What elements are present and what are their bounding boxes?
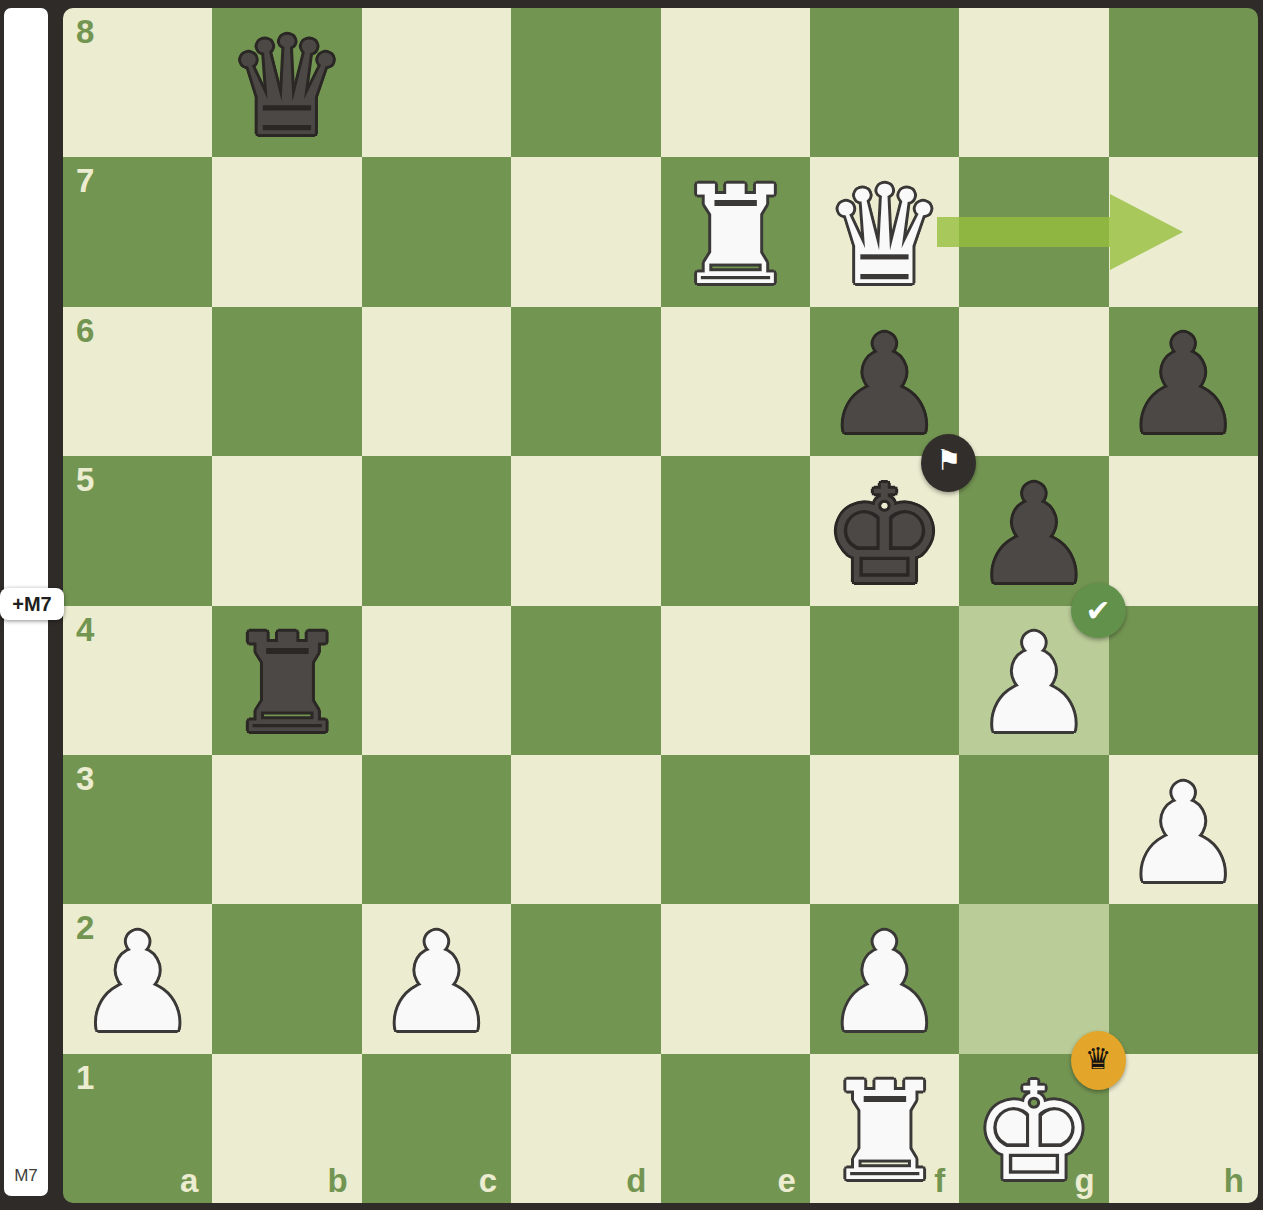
black-queen[interactable]: ♛ bbox=[212, 8, 361, 157]
square-c3[interactable] bbox=[362, 755, 511, 904]
square-g5[interactable]: ♟ bbox=[959, 456, 1108, 605]
square-e1[interactable]: e bbox=[661, 1054, 810, 1203]
square-c8[interactable] bbox=[362, 8, 511, 157]
rank-label-8: 8 bbox=[76, 15, 94, 48]
square-e6[interactable] bbox=[661, 307, 810, 456]
square-c5[interactable] bbox=[362, 456, 511, 605]
square-b6[interactable] bbox=[212, 307, 361, 456]
rank-label-7: 7 bbox=[76, 164, 94, 197]
rank-label-3: 3 bbox=[76, 762, 94, 795]
square-e4[interactable] bbox=[661, 606, 810, 755]
white-king[interactable]: ♚ bbox=[959, 1054, 1108, 1203]
square-b3[interactable] bbox=[212, 755, 361, 904]
square-g4[interactable]: ♟ bbox=[959, 606, 1108, 755]
square-d1[interactable]: d bbox=[511, 1054, 660, 1203]
square-h8[interactable] bbox=[1109, 8, 1258, 157]
square-a5[interactable]: 5 bbox=[63, 456, 212, 605]
square-e3[interactable] bbox=[661, 755, 810, 904]
white-pawn[interactable]: ♟ bbox=[1109, 755, 1258, 904]
square-g8[interactable] bbox=[959, 8, 1108, 157]
square-f6[interactable]: ♟ bbox=[810, 307, 959, 456]
square-h1[interactable]: h bbox=[1109, 1054, 1258, 1203]
square-f8[interactable] bbox=[810, 8, 959, 157]
square-f4[interactable] bbox=[810, 606, 959, 755]
square-d8[interactable] bbox=[511, 8, 660, 157]
square-h3[interactable]: ♟ bbox=[1109, 755, 1258, 904]
square-a7[interactable]: 7 bbox=[63, 157, 212, 306]
square-f3[interactable] bbox=[810, 755, 959, 904]
square-c4[interactable] bbox=[362, 606, 511, 755]
eval-tooltip-value: +M7 bbox=[12, 593, 51, 616]
square-d4[interactable] bbox=[511, 606, 660, 755]
square-d6[interactable] bbox=[511, 307, 660, 456]
square-h4[interactable] bbox=[1109, 606, 1258, 755]
white-pawn[interactable]: ♟ bbox=[63, 904, 212, 1053]
square-b4[interactable]: ♜ bbox=[212, 606, 361, 755]
file-label-d: d bbox=[626, 1164, 646, 1197]
black-rook[interactable]: ♜ bbox=[212, 606, 361, 755]
rank-label-1: 1 bbox=[76, 1061, 94, 1094]
square-a2[interactable]: 2♟ bbox=[63, 904, 212, 1053]
file-label-e: e bbox=[778, 1164, 796, 1197]
white-pawn[interactable]: ♟ bbox=[959, 606, 1108, 755]
square-g2[interactable] bbox=[959, 904, 1108, 1053]
file-label-h: h bbox=[1224, 1164, 1244, 1197]
square-g3[interactable] bbox=[959, 755, 1108, 904]
square-h6[interactable]: ♟ bbox=[1109, 307, 1258, 456]
square-b1[interactable]: b bbox=[212, 1054, 361, 1203]
square-g6[interactable] bbox=[959, 307, 1108, 456]
square-f7[interactable]: ♛ bbox=[810, 157, 959, 306]
square-c1[interactable]: c bbox=[362, 1054, 511, 1203]
square-a8[interactable]: 8 bbox=[63, 8, 212, 157]
file-label-b: b bbox=[328, 1164, 348, 1197]
square-a3[interactable]: 3 bbox=[63, 755, 212, 904]
square-d2[interactable] bbox=[511, 904, 660, 1053]
rank-label-6: 6 bbox=[76, 314, 94, 347]
square-a6[interactable]: 6 bbox=[63, 307, 212, 456]
square-c2[interactable]: ♟ bbox=[362, 904, 511, 1053]
square-e7[interactable]: ♜ bbox=[661, 157, 810, 306]
square-f1[interactable]: f♜ bbox=[810, 1054, 959, 1203]
chess-board[interactable]: 8♛7♜♛6♟♟5♚♟4♜♟3♟2♟♟♟1abcdef♜g♚h⚑✔♛ bbox=[63, 8, 1258, 1203]
square-g1[interactable]: g♚ bbox=[959, 1054, 1108, 1203]
white-queen[interactable]: ♛ bbox=[810, 157, 959, 306]
square-b8[interactable]: ♛ bbox=[212, 8, 361, 157]
eval-bottom-label: M7 bbox=[4, 1166, 48, 1186]
square-h5[interactable] bbox=[1109, 456, 1258, 605]
square-b5[interactable] bbox=[212, 456, 361, 605]
square-b7[interactable] bbox=[212, 157, 361, 306]
white-rook[interactable]: ♜ bbox=[661, 157, 810, 306]
square-e2[interactable] bbox=[661, 904, 810, 1053]
white-pawn[interactable]: ♟ bbox=[362, 904, 511, 1053]
black-king[interactable]: ♚ bbox=[810, 456, 959, 605]
square-e5[interactable] bbox=[661, 456, 810, 605]
black-pawn[interactable]: ♟ bbox=[959, 456, 1108, 605]
square-c7[interactable] bbox=[362, 157, 511, 306]
square-d3[interactable] bbox=[511, 755, 660, 904]
file-label-c: c bbox=[479, 1164, 497, 1197]
file-label-a: a bbox=[180, 1164, 198, 1197]
square-a4[interactable]: 4 bbox=[63, 606, 212, 755]
rank-label-5: 5 bbox=[76, 463, 94, 496]
white-rook[interactable]: ♜ bbox=[810, 1054, 959, 1203]
rank-label-4: 4 bbox=[76, 613, 94, 646]
square-f5[interactable]: ♚ bbox=[810, 456, 959, 605]
square-d7[interactable] bbox=[511, 157, 660, 306]
black-pawn[interactable]: ♟ bbox=[810, 307, 959, 456]
square-h2[interactable] bbox=[1109, 904, 1258, 1053]
square-a1[interactable]: 1a bbox=[63, 1054, 212, 1203]
square-b2[interactable] bbox=[212, 904, 361, 1053]
eval-tooltip: +M7 bbox=[0, 588, 64, 620]
square-e8[interactable] bbox=[661, 8, 810, 157]
white-pawn[interactable]: ♟ bbox=[810, 904, 959, 1053]
square-g7[interactable] bbox=[959, 157, 1108, 306]
square-h7[interactable] bbox=[1109, 157, 1258, 306]
square-c6[interactable] bbox=[362, 307, 511, 456]
square-f2[interactable]: ♟ bbox=[810, 904, 959, 1053]
black-pawn[interactable]: ♟ bbox=[1109, 307, 1258, 456]
square-d5[interactable] bbox=[511, 456, 660, 605]
